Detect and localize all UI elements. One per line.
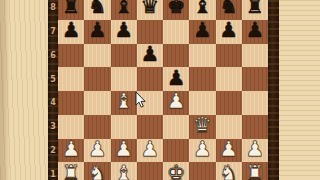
white-pawn-d2[interactable]: ♟ (140, 139, 159, 160)
square-c1[interactable]: ♝ (111, 162, 137, 180)
square-e1[interactable]: ♚ (163, 162, 189, 180)
rank-label-2: 2 (48, 139, 58, 163)
square-b3[interactable] (84, 115, 110, 139)
black-bishop-c8[interactable]: ♝ (114, 0, 133, 17)
rank-label-8: 8 (48, 0, 58, 20)
square-f6[interactable] (189, 44, 215, 68)
black-pawn-h7[interactable]: ♟ (245, 20, 264, 41)
black-pawn-e5[interactable]: ♟ (167, 68, 186, 89)
chess-app-screen: 87654321 ♜♞♝♛♚♝♞♜♟♟♟♟♟♟♟♟♝♟♛♟♟♟♟♟♟♟♜♞♝♚♞… (0, 0, 320, 180)
square-e8[interactable]: ♚ (163, 0, 189, 20)
square-e6[interactable] (163, 44, 189, 68)
square-a8[interactable]: ♜ (58, 0, 84, 20)
square-b7[interactable]: ♟ (84, 20, 110, 44)
black-queen-d8[interactable]: ♛ (140, 0, 159, 17)
square-h1[interactable]: ♜ (242, 162, 268, 180)
square-c8[interactable]: ♝ (111, 0, 137, 20)
square-d4[interactable] (137, 91, 163, 115)
square-e5[interactable]: ♟ (163, 67, 189, 91)
black-pawn-d6[interactable]: ♟ (140, 44, 159, 65)
rank-label-6: 6 (48, 44, 58, 68)
square-a1[interactable]: ♜ (58, 162, 84, 180)
square-d2[interactable]: ♟ (137, 139, 163, 163)
white-king-e1[interactable]: ♚ (167, 163, 186, 180)
square-d7[interactable] (137, 20, 163, 44)
square-b8[interactable]: ♞ (84, 0, 110, 20)
square-h7[interactable]: ♟ (242, 20, 268, 44)
square-f4[interactable] (189, 91, 215, 115)
rank-label-3: 3 (48, 115, 58, 139)
black-knight-g8[interactable]: ♞ (219, 0, 238, 17)
square-e2[interactable] (163, 139, 189, 163)
white-bishop-c1[interactable]: ♝ (114, 163, 133, 180)
white-knight-g1[interactable]: ♞ (219, 163, 238, 180)
square-c3[interactable] (111, 115, 137, 139)
square-f2[interactable]: ♟ (189, 139, 215, 163)
rank-label-5: 5 (48, 67, 58, 91)
rank-label-1: 1 (48, 162, 58, 180)
square-d5[interactable] (137, 67, 163, 91)
black-king-e8[interactable]: ♚ (167, 0, 186, 17)
white-pawn-b2[interactable]: ♟ (88, 139, 107, 160)
square-g7[interactable]: ♟ (216, 20, 242, 44)
square-h5[interactable] (242, 67, 268, 91)
square-b6[interactable] (84, 44, 110, 68)
square-b2[interactable]: ♟ (84, 139, 110, 163)
square-f8[interactable]: ♝ (189, 0, 215, 20)
black-pawn-f7[interactable]: ♟ (193, 20, 212, 41)
black-pawn-a7[interactable]: ♟ (62, 20, 81, 41)
square-g3[interactable] (216, 115, 242, 139)
square-f1[interactable] (189, 162, 215, 180)
white-pawn-f2[interactable]: ♟ (193, 139, 212, 160)
square-c4[interactable]: ♝ (111, 91, 137, 115)
square-h4[interactable] (242, 91, 268, 115)
white-pawn-g2[interactable]: ♟ (219, 139, 238, 160)
square-c2[interactable]: ♟ (111, 139, 137, 163)
square-a4[interactable] (58, 91, 84, 115)
black-knight-b8[interactable]: ♞ (88, 0, 107, 17)
black-rook-h8[interactable]: ♜ (245, 0, 264, 17)
square-g6[interactable] (216, 44, 242, 68)
square-h3[interactable] (242, 115, 268, 139)
square-a3[interactable] (58, 115, 84, 139)
square-h2[interactable]: ♟ (242, 139, 268, 163)
square-b1[interactable]: ♞ (84, 162, 110, 180)
square-h8[interactable]: ♜ (242, 0, 268, 20)
black-rook-a8[interactable]: ♜ (62, 0, 81, 17)
square-g2[interactable]: ♟ (216, 139, 242, 163)
white-pawn-a2[interactable]: ♟ (62, 139, 81, 160)
square-a7[interactable]: ♟ (58, 20, 84, 44)
black-bishop-f8[interactable]: ♝ (193, 0, 212, 17)
square-a2[interactable]: ♟ (58, 139, 84, 163)
table-wood-left (0, 0, 48, 180)
square-f7[interactable]: ♟ (189, 20, 215, 44)
square-b4[interactable] (84, 91, 110, 115)
square-a5[interactable] (58, 67, 84, 91)
white-pawn-h2[interactable]: ♟ (245, 139, 264, 160)
square-d8[interactable]: ♛ (137, 0, 163, 20)
square-b5[interactable] (84, 67, 110, 91)
square-d6[interactable]: ♟ (137, 44, 163, 68)
square-g8[interactable]: ♞ (216, 0, 242, 20)
square-g4[interactable] (216, 91, 242, 115)
board-frame-left: 87654321 (48, 0, 58, 180)
chess-board: ♜♞♝♛♚♝♞♜♟♟♟♟♟♟♟♟♝♟♛♟♟♟♟♟♟♟♜♞♝♚♞♜ (58, 0, 268, 180)
board-frame-right (267, 0, 279, 180)
white-bishop-c4[interactable]: ♝ (114, 91, 133, 112)
white-pawn-c2[interactable]: ♟ (114, 139, 133, 160)
square-g5[interactable] (216, 67, 242, 91)
white-rook-a1[interactable]: ♜ (62, 163, 81, 180)
square-e4[interactable]: ♟ (163, 91, 189, 115)
rank-label-7: 7 (48, 20, 58, 44)
table-wood-right (279, 0, 320, 180)
white-pawn-e4[interactable]: ♟ (167, 91, 186, 112)
rank-label-4: 4 (48, 91, 58, 115)
white-queen-f3[interactable]: ♛ (193, 115, 212, 136)
white-knight-b1[interactable]: ♞ (88, 163, 107, 180)
square-f5[interactable] (189, 67, 215, 91)
square-c7[interactable]: ♟ (111, 20, 137, 44)
square-c5[interactable] (111, 67, 137, 91)
square-d3[interactable] (137, 115, 163, 139)
square-e3[interactable] (163, 115, 189, 139)
white-rook-h1[interactable]: ♜ (245, 163, 264, 180)
square-h6[interactable] (242, 44, 268, 68)
square-c6[interactable] (111, 44, 137, 68)
black-pawn-g7[interactable]: ♟ (219, 20, 238, 41)
square-a6[interactable] (58, 44, 84, 68)
black-pawn-c7[interactable]: ♟ (114, 20, 133, 41)
square-f3[interactable]: ♛ (189, 115, 215, 139)
black-pawn-b7[interactable]: ♟ (88, 20, 107, 41)
square-d1[interactable] (137, 162, 163, 180)
square-g1[interactable]: ♞ (216, 162, 242, 180)
square-e7[interactable] (163, 20, 189, 44)
